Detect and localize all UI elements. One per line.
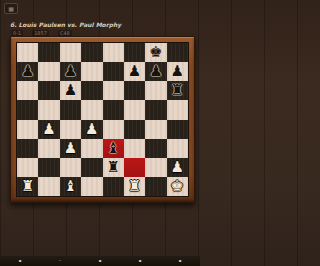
piece-white-pawn[interactable]: ♟ [42, 122, 55, 137]
piece-white-rook[interactable]: ♜ [21, 179, 34, 194]
square-g3[interactable] [145, 139, 166, 158]
square-a7[interactable]: ♟ [17, 62, 38, 81]
piece-white-pawn[interactable]: ♟ [85, 122, 98, 137]
toolbar-button-1[interactable]: ▪ [10, 256, 30, 266]
square-g4[interactable] [145, 120, 166, 139]
square-a2[interactable] [17, 158, 38, 177]
piece-black-pawn[interactable]: ♟ [149, 64, 162, 79]
square-e5[interactable] [103, 100, 124, 119]
games-menu-button[interactable]: ▦ [4, 3, 18, 14]
toolbar-dot-icon: ◦ [59, 259, 61, 263]
piece-black-pawn[interactable]: ♟ [21, 64, 34, 79]
square-d7[interactable] [81, 62, 102, 81]
piece-black-pawn[interactable]: ♟ [128, 64, 141, 79]
square-e4[interactable] [103, 120, 124, 139]
piece-white-king[interactable]: ♚ [171, 179, 184, 194]
piece-black-rook[interactable]: ♜ [106, 160, 119, 175]
piece-white-pawn[interactable]: ♟ [64, 141, 77, 156]
square-a4[interactable] [17, 120, 38, 139]
piece-black-king[interactable]: ♚ [149, 45, 162, 60]
square-b3[interactable] [38, 139, 59, 158]
square-b7[interactable] [38, 62, 59, 81]
square-d3[interactable] [81, 139, 102, 158]
square-h4[interactable] [167, 120, 188, 139]
square-b5[interactable] [38, 100, 59, 119]
piece-black-pawn[interactable]: ♟ [171, 64, 184, 79]
square-e6[interactable] [103, 81, 124, 100]
square-h3[interactable] [167, 139, 188, 158]
piece-black-pawn[interactable]: ♟ [64, 64, 77, 79]
piece-black-rook[interactable]: ♜ [171, 83, 184, 98]
square-f2[interactable] [124, 158, 145, 177]
square-c8[interactable] [60, 43, 81, 62]
square-d4[interactable]: ♟ [81, 120, 102, 139]
piece-black-bishop[interactable]: ♝ [106, 141, 119, 156]
square-h6[interactable]: ♜ [167, 81, 188, 100]
square-b4[interactable]: ♟ [38, 120, 59, 139]
square-d2[interactable] [81, 158, 102, 177]
square-g7[interactable]: ♟ [145, 62, 166, 81]
square-c3[interactable]: ♟ [60, 139, 81, 158]
grid-menu-icon: ▦ [8, 6, 14, 12]
square-c4[interactable] [60, 120, 81, 139]
square-e8[interactable] [103, 43, 124, 62]
piece-white-rook[interactable]: ♜ [128, 179, 141, 194]
square-c1[interactable]: ♝ [60, 177, 81, 196]
square-e7[interactable] [103, 62, 124, 81]
square-a3[interactable] [17, 139, 38, 158]
square-a6[interactable] [17, 81, 38, 100]
square-f3[interactable] [124, 139, 145, 158]
toolbar-button-2[interactable]: ◦ [50, 256, 70, 266]
square-g6[interactable] [145, 81, 166, 100]
square-g1[interactable] [145, 177, 166, 196]
square-c7[interactable]: ♟ [60, 62, 81, 81]
square-h5[interactable] [167, 100, 188, 119]
square-b2[interactable] [38, 158, 59, 177]
toolbar-dot-icon: ▪ [99, 259, 102, 263]
toolbar-button-3[interactable]: ▪ [90, 256, 110, 266]
square-e1[interactable] [103, 177, 124, 196]
square-f1[interactable]: ♜ [124, 177, 145, 196]
square-b1[interactable] [38, 177, 59, 196]
square-h7[interactable]: ♟ [167, 62, 188, 81]
square-f7[interactable]: ♟ [124, 62, 145, 81]
square-d5[interactable] [81, 100, 102, 119]
chess-board: ♚♟♟♟♟♟♟♜♟♟♟♝♜♟♜♝♜♚ [10, 36, 195, 203]
toolbar-dot-icon: ▪ [179, 259, 182, 263]
square-a5[interactable] [17, 100, 38, 119]
square-b6[interactable] [38, 81, 59, 100]
square-g2[interactable] [145, 158, 166, 177]
square-e3[interactable]: ♝ [103, 139, 124, 158]
square-f5[interactable] [124, 100, 145, 119]
toolbar-button-5[interactable]: ▪ [170, 256, 190, 266]
piece-white-pawn[interactable]: ♟ [171, 160, 184, 175]
square-a1[interactable]: ♜ [17, 177, 38, 196]
square-h1[interactable]: ♚ [167, 177, 188, 196]
square-f6[interactable] [124, 81, 145, 100]
piece-white-bishop[interactable]: ♝ [64, 179, 77, 194]
game-title: 6. Louis Paulsen vs. Paul Morphy [10, 21, 195, 28]
square-f8[interactable] [124, 43, 145, 62]
square-g5[interactable] [145, 100, 166, 119]
square-c5[interactable] [60, 100, 81, 119]
bottom-toolbar: ▪◦▪▪▪ [0, 256, 200, 266]
square-d1[interactable] [81, 177, 102, 196]
square-h2[interactable]: ♟ [167, 158, 188, 177]
square-c6[interactable]: ♟ [60, 81, 81, 100]
toolbar-button-4[interactable]: ▪ [130, 256, 150, 266]
square-e2[interactable]: ♜ [103, 158, 124, 177]
piece-black-pawn[interactable]: ♟ [64, 83, 77, 98]
toolbar-dot-icon: ▪ [19, 259, 22, 263]
square-d8[interactable] [81, 43, 102, 62]
square-d6[interactable] [81, 81, 102, 100]
square-c2[interactable] [60, 158, 81, 177]
square-f4[interactable] [124, 120, 145, 139]
square-h8[interactable] [167, 43, 188, 62]
board-grid: ♚♟♟♟♟♟♟♜♟♟♟♝♜♟♜♝♜♚ [17, 43, 188, 196]
square-a8[interactable] [17, 43, 38, 62]
square-b8[interactable] [38, 43, 59, 62]
square-g8[interactable]: ♚ [145, 43, 166, 62]
toolbar-dot-icon: ▪ [139, 259, 142, 263]
